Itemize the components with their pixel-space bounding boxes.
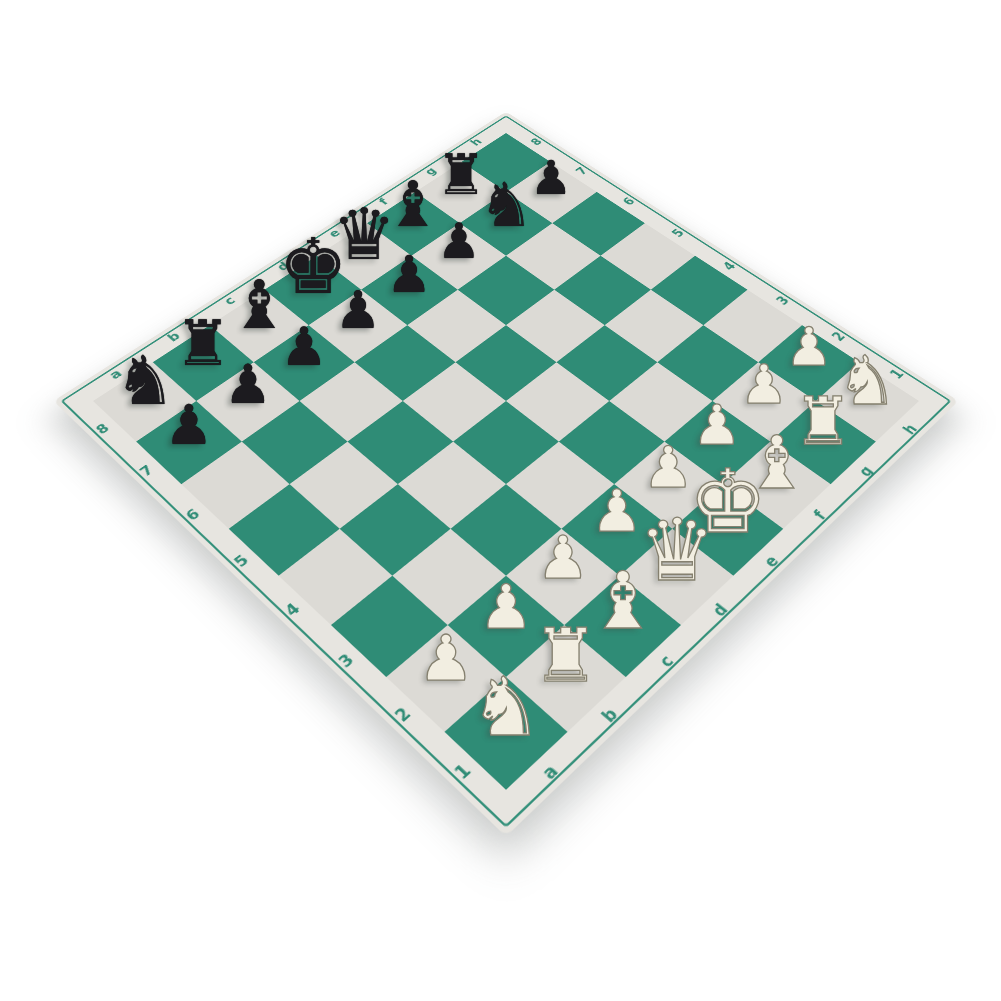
white-knight-a1[interactable]: ♞	[446, 667, 566, 748]
product-photo-scene: 8877665544332211hhggffeeddccbbaa ♞♜♝♛♚♝♜…	[0, 0, 1001, 1001]
black-pawn-a7[interactable]: ♟	[129, 398, 249, 453]
